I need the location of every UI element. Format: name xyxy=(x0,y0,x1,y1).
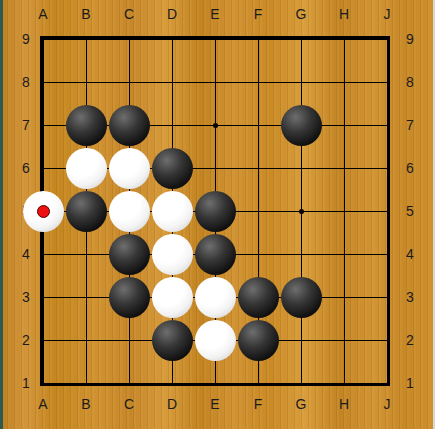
stone-white-D3: ○ xyxy=(152,277,193,318)
row-label-right-5: 5 xyxy=(399,203,421,219)
col-label-top-C: C xyxy=(118,6,140,22)
stone-white-B6: ○ xyxy=(66,148,107,189)
window-edge-left xyxy=(0,0,3,429)
col-label-bottom-G: G xyxy=(290,396,312,412)
row-label-right-1: 1 xyxy=(399,375,421,391)
stone-white-D5: ○ xyxy=(152,191,193,232)
col-label-bottom-J: J xyxy=(376,396,398,412)
row-label-left-4: 4 xyxy=(15,246,37,262)
stone-black-E4: ● xyxy=(195,234,236,275)
col-label-top-E: E xyxy=(204,6,226,22)
stone-black-F3: ● xyxy=(238,277,279,318)
col-label-top-A: A xyxy=(32,6,54,22)
grid-line-horizontal xyxy=(43,383,388,384)
row-label-right-9: 9 xyxy=(399,31,421,47)
col-label-bottom-C: C xyxy=(118,396,140,412)
go-board-window: AABBCCDDEEFFGGHHJJ998877665544332211 ●●●… xyxy=(0,0,435,429)
stone-black-C3: ● xyxy=(109,277,150,318)
stone-black-D6: ● xyxy=(152,148,193,189)
row-label-left-2: 2 xyxy=(15,332,37,348)
col-label-top-H: H xyxy=(333,6,355,22)
stone-white-D4: ○ xyxy=(152,234,193,275)
row-label-left-7: 7 xyxy=(15,117,37,133)
row-label-right-4: 4 xyxy=(399,246,421,262)
col-label-bottom-F: F xyxy=(247,396,269,412)
col-label-top-J: J xyxy=(376,6,398,22)
grid-line-vertical xyxy=(344,39,345,384)
stone-black-B7: ● xyxy=(66,105,107,146)
stone-white-E3: ○ xyxy=(195,277,236,318)
stone-black-G3: ● xyxy=(281,277,322,318)
row-label-left-3: 3 xyxy=(15,289,37,305)
row-label-right-3: 3 xyxy=(399,289,421,305)
row-label-right-7: 7 xyxy=(399,117,421,133)
row-label-left-6: 6 xyxy=(15,160,37,176)
row-label-left-8: 8 xyxy=(15,74,37,90)
grid-line-vertical xyxy=(387,39,388,384)
row-label-right-8: 8 xyxy=(399,74,421,90)
stone-black-C4: ● xyxy=(109,234,150,275)
col-label-top-B: B xyxy=(75,6,97,22)
star-point-E7 xyxy=(213,123,218,128)
stone-black-D2: ● xyxy=(152,320,193,361)
stone-white-C6: ○ xyxy=(109,148,150,189)
col-label-top-F: F xyxy=(247,6,269,22)
col-label-bottom-H: H xyxy=(333,396,355,412)
stone-black-B5: ● xyxy=(66,191,107,232)
col-label-top-D: D xyxy=(161,6,183,22)
stone-white-C5: ○ xyxy=(109,191,150,232)
row-label-right-6: 6 xyxy=(399,160,421,176)
col-label-top-G: G xyxy=(290,6,312,22)
stone-white-A5: ○ xyxy=(23,191,64,232)
row-label-left-1: 1 xyxy=(15,375,37,391)
row-label-right-2: 2 xyxy=(399,332,421,348)
col-label-bottom-E: E xyxy=(204,396,226,412)
stone-white-E2: ○ xyxy=(195,320,236,361)
col-label-bottom-B: B xyxy=(75,396,97,412)
star-point-G5 xyxy=(299,209,304,214)
stone-black-C7: ● xyxy=(109,105,150,146)
col-label-bottom-A: A xyxy=(32,396,54,412)
row-label-left-9: 9 xyxy=(15,31,37,47)
col-label-bottom-D: D xyxy=(161,396,183,412)
stone-black-E5: ● xyxy=(195,191,236,232)
stone-black-G7: ● xyxy=(281,105,322,146)
stone-black-F2: ● xyxy=(238,320,279,361)
last-move-marker xyxy=(37,205,50,218)
